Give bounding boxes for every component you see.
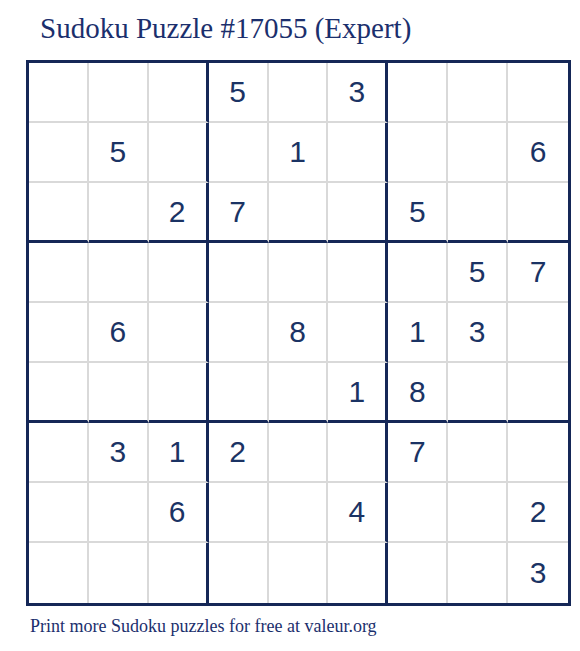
cell-r4c7[interactable] — [388, 243, 448, 303]
cell-r6c8[interactable] — [448, 363, 508, 423]
cell-r4c4[interactable] — [209, 243, 269, 303]
cell-r3c7[interactable]: 5 — [388, 183, 448, 243]
cell-r5c2[interactable]: 6 — [89, 303, 149, 363]
cell-r9c2[interactable] — [89, 543, 149, 603]
cell-r9c3[interactable] — [149, 543, 209, 603]
cell-r3c5[interactable] — [269, 183, 329, 243]
cell-r1c2[interactable] — [89, 63, 149, 123]
cell-r7c8[interactable] — [448, 423, 508, 483]
cell-r4c6[interactable] — [328, 243, 388, 303]
cell-r8c7[interactable] — [388, 483, 448, 543]
cell-r3c3[interactable]: 2 — [149, 183, 209, 243]
cell-r3c4[interactable]: 7 — [209, 183, 269, 243]
cell-r5c1[interactable] — [29, 303, 89, 363]
cell-r7c9[interactable] — [508, 423, 568, 483]
cell-r5c9[interactable] — [508, 303, 568, 363]
sudoku-grid: 535162755768131831276423 — [26, 60, 571, 606]
cell-r8c2[interactable] — [89, 483, 149, 543]
cell-r7c2[interactable]: 3 — [89, 423, 149, 483]
cell-r1c8[interactable] — [448, 63, 508, 123]
cell-r9c9[interactable]: 3 — [508, 543, 568, 603]
cell-r6c2[interactable] — [89, 363, 149, 423]
cell-r6c3[interactable] — [149, 363, 209, 423]
cell-r1c9[interactable] — [508, 63, 568, 123]
cell-r1c5[interactable] — [269, 63, 329, 123]
cell-r3c1[interactable] — [29, 183, 89, 243]
cell-r8c4[interactable] — [209, 483, 269, 543]
cell-r1c7[interactable] — [388, 63, 448, 123]
cell-r2c2[interactable]: 5 — [89, 123, 149, 183]
cell-r2c3[interactable] — [149, 123, 209, 183]
cell-r6c5[interactable] — [269, 363, 329, 423]
cell-r6c7[interactable]: 8 — [388, 363, 448, 423]
cell-r3c9[interactable] — [508, 183, 568, 243]
cell-r1c1[interactable] — [29, 63, 89, 123]
cell-r5c4[interactable] — [209, 303, 269, 363]
cell-r3c8[interactable] — [448, 183, 508, 243]
cell-r9c7[interactable] — [388, 543, 448, 603]
cell-r7c5[interactable] — [269, 423, 329, 483]
cell-r9c5[interactable] — [269, 543, 329, 603]
cell-r8c1[interactable] — [29, 483, 89, 543]
cell-r8c9[interactable]: 2 — [508, 483, 568, 543]
cell-r5c7[interactable]: 1 — [388, 303, 448, 363]
cell-r4c2[interactable] — [89, 243, 149, 303]
cell-r3c6[interactable] — [328, 183, 388, 243]
cell-r6c9[interactable] — [508, 363, 568, 423]
cell-r9c4[interactable] — [209, 543, 269, 603]
cell-r7c6[interactable] — [328, 423, 388, 483]
cell-r1c3[interactable] — [149, 63, 209, 123]
cell-r2c8[interactable] — [448, 123, 508, 183]
page-title: Sudoku Puzzle #17055 (Expert) — [40, 11, 411, 46]
cell-r7c4[interactable]: 2 — [209, 423, 269, 483]
cell-r2c9[interactable]: 6 — [508, 123, 568, 183]
cell-r9c6[interactable] — [328, 543, 388, 603]
cell-r7c3[interactable]: 1 — [149, 423, 209, 483]
cell-r1c4[interactable]: 5 — [209, 63, 269, 123]
cell-r4c5[interactable] — [269, 243, 329, 303]
cell-r7c1[interactable] — [29, 423, 89, 483]
cell-r6c6[interactable]: 1 — [328, 363, 388, 423]
cell-r3c2[interactable] — [89, 183, 149, 243]
cell-r5c8[interactable]: 3 — [448, 303, 508, 363]
footer-text: Print more Sudoku puzzles for free at va… — [30, 616, 377, 637]
cell-r4c1[interactable] — [29, 243, 89, 303]
cell-r4c3[interactable] — [149, 243, 209, 303]
cell-r6c1[interactable] — [29, 363, 89, 423]
cell-r2c4[interactable] — [209, 123, 269, 183]
cell-r7c7[interactable]: 7 — [388, 423, 448, 483]
cell-r2c6[interactable] — [328, 123, 388, 183]
cell-r2c5[interactable]: 1 — [269, 123, 329, 183]
cell-r5c6[interactable] — [328, 303, 388, 363]
cell-r1c6[interactable]: 3 — [328, 63, 388, 123]
cell-r2c1[interactable] — [29, 123, 89, 183]
cell-r5c5[interactable]: 8 — [269, 303, 329, 363]
cell-r8c5[interactable] — [269, 483, 329, 543]
cell-r9c8[interactable] — [448, 543, 508, 603]
cell-r4c9[interactable]: 7 — [508, 243, 568, 303]
cell-r9c1[interactable] — [29, 543, 89, 603]
cell-r8c3[interactable]: 6 — [149, 483, 209, 543]
cell-r2c7[interactable] — [388, 123, 448, 183]
cell-r5c3[interactable] — [149, 303, 209, 363]
cell-r4c8[interactable]: 5 — [448, 243, 508, 303]
cell-r8c8[interactable] — [448, 483, 508, 543]
cell-r6c4[interactable] — [209, 363, 269, 423]
cell-r8c6[interactable]: 4 — [328, 483, 388, 543]
